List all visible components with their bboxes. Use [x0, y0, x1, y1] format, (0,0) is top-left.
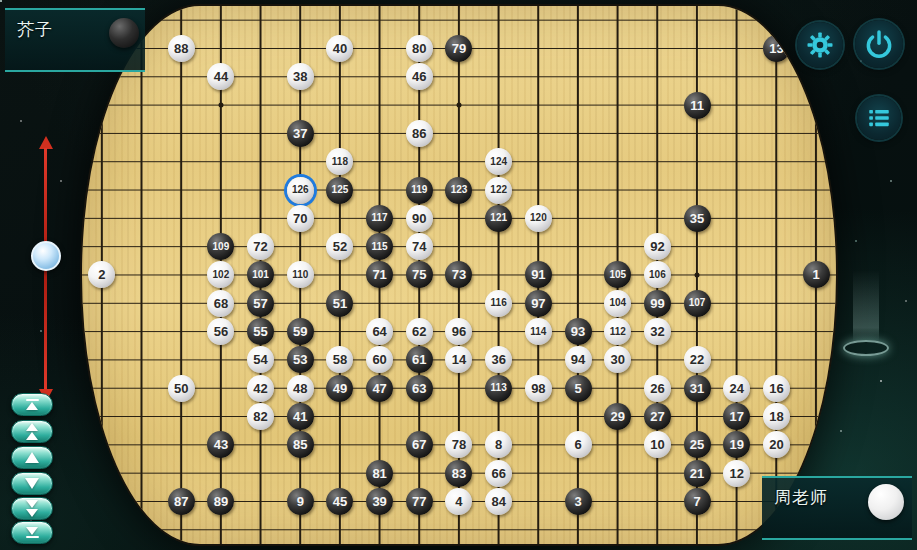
- stone-105: 105: [604, 261, 631, 288]
- stone-66: 66: [485, 460, 512, 487]
- stone-47: 47: [366, 375, 393, 402]
- stone-73: 73: [445, 261, 472, 288]
- stone-9: 9: [287, 488, 314, 515]
- double-down-arrow-icon: [26, 509, 38, 517]
- stone-81: 81: [366, 460, 393, 487]
- stone-27: 27: [644, 403, 671, 430]
- stone-24: 24: [723, 375, 750, 402]
- stone-50: 50: [168, 375, 195, 402]
- go-board[interactable]: 8840807913443846113786118124126125119123…: [80, 4, 838, 546]
- light-beam-decor: [853, 270, 879, 342]
- stone-13: 13: [763, 35, 790, 62]
- step-backward-button[interactable]: [11, 446, 53, 469]
- stone-17: 17: [723, 403, 750, 430]
- stone-2: 2: [88, 261, 115, 288]
- stone-10: 10: [644, 431, 671, 458]
- stone-5: 5: [565, 375, 592, 402]
- stone-117: 117: [366, 205, 393, 232]
- stone-84: 84: [485, 488, 512, 515]
- stone-92: 92: [644, 233, 671, 260]
- double-down-arrow-icon: [26, 500, 38, 508]
- stone-79: 79: [445, 35, 472, 62]
- stone-36: 36: [485, 346, 512, 373]
- stone-110: 110: [287, 261, 314, 288]
- stone-75: 75: [406, 261, 433, 288]
- down-arrow-icon: [26, 527, 38, 535]
- stone-51: 51: [326, 290, 353, 317]
- stone-14: 14: [445, 346, 472, 373]
- stone-80: 80: [406, 35, 433, 62]
- stone-8: 8: [485, 431, 512, 458]
- stone-46: 46: [406, 63, 433, 90]
- stone-60: 60: [366, 346, 393, 373]
- stone-6: 6: [565, 431, 592, 458]
- stone-52: 52: [326, 233, 353, 260]
- gear-icon: [805, 30, 835, 60]
- stone-63: 63: [406, 375, 433, 402]
- stone-120: 120: [525, 205, 552, 232]
- up-arrow-icon: [25, 452, 39, 463]
- glow-ring-decor: [843, 340, 889, 356]
- stone-18: 18: [763, 403, 790, 430]
- stone-49: 49: [326, 375, 353, 402]
- jump-to-end-button[interactable]: [11, 521, 53, 544]
- stone-94: 94: [565, 346, 592, 373]
- stone-93: 93: [565, 318, 592, 345]
- down-arrow-icon: [25, 478, 39, 489]
- stone-40: 40: [326, 35, 353, 62]
- double-up-arrow-icon: [26, 423, 38, 431]
- stone-30: 30: [604, 346, 631, 373]
- starfield-background: [0, 0, 2, 2]
- white-stone-indicator: [868, 484, 904, 520]
- stone-55: 55: [247, 318, 274, 345]
- stone-97: 97: [525, 290, 552, 317]
- stone-3: 3: [565, 488, 592, 515]
- stone-115: 115: [366, 233, 393, 260]
- stone-126: 126: [287, 177, 314, 204]
- stone-113: 113: [485, 375, 512, 402]
- stone-31: 31: [684, 375, 711, 402]
- stone-123: 123: [445, 177, 472, 204]
- stone-57: 57: [247, 290, 274, 317]
- stone-102: 102: [207, 261, 234, 288]
- move-list-button[interactable]: [857, 96, 901, 140]
- stone-58: 58: [326, 346, 353, 373]
- stone-56: 56: [207, 318, 234, 345]
- stone-12: 12: [723, 460, 750, 487]
- stone-7: 7: [684, 488, 711, 515]
- stone-53: 53: [287, 346, 314, 373]
- stone-89: 89: [207, 488, 234, 515]
- list-icon: [866, 105, 892, 131]
- white-player-name: 周老师: [774, 486, 828, 509]
- stone-39: 39: [366, 488, 393, 515]
- power-button[interactable]: [855, 20, 903, 68]
- stone-20: 20: [763, 431, 790, 458]
- power-icon: [863, 28, 895, 60]
- stone-71: 71: [366, 261, 393, 288]
- stone-68: 68: [207, 290, 234, 317]
- stone-107: 107: [684, 290, 711, 317]
- stone-29: 29: [604, 403, 631, 430]
- stone-54: 54: [247, 346, 274, 373]
- stone-85: 85: [287, 431, 314, 458]
- stone-118: 118: [326, 148, 353, 175]
- stone-106: 106: [644, 261, 671, 288]
- stone-78: 78: [445, 431, 472, 458]
- step-forward-button[interactable]: [11, 472, 53, 495]
- stone-26: 26: [644, 375, 671, 402]
- stone-116: 116: [485, 290, 512, 317]
- stone-11: 11: [684, 92, 711, 119]
- jump-to-start-button[interactable]: [11, 393, 53, 416]
- stone-42: 42: [247, 375, 274, 402]
- stone-38: 38: [287, 63, 314, 90]
- stone-44: 44: [207, 63, 234, 90]
- stone-35: 35: [684, 205, 711, 232]
- review-slider[interactable]: [30, 138, 62, 400]
- stone-119: 119: [406, 177, 433, 204]
- bar-icon: [26, 399, 39, 402]
- stone-72: 72: [247, 233, 274, 260]
- settings-button[interactable]: [797, 22, 843, 68]
- stone-88: 88: [168, 35, 195, 62]
- stone-121: 121: [485, 205, 512, 232]
- stone-82: 82: [247, 403, 274, 430]
- stone-16: 16: [763, 375, 790, 402]
- stone-99: 99: [644, 290, 671, 317]
- stone-87: 87: [168, 488, 195, 515]
- stone-22: 22: [684, 346, 711, 373]
- stone-61: 61: [406, 346, 433, 373]
- stone-48: 48: [287, 375, 314, 402]
- stone-4: 4: [445, 488, 472, 515]
- stone-59: 59: [287, 318, 314, 345]
- stone-70: 70: [287, 205, 314, 232]
- stone-67: 67: [406, 431, 433, 458]
- slider-handle[interactable]: [31, 241, 61, 271]
- black-stone-indicator: [109, 18, 139, 48]
- stone-37: 37: [287, 120, 314, 147]
- stone-114: 114: [525, 318, 552, 345]
- stone-112: 112: [604, 318, 631, 345]
- white-player-plate: 周老师: [762, 476, 912, 540]
- stone-91: 91: [525, 261, 552, 288]
- stone-32: 32: [644, 318, 671, 345]
- stone-62: 62: [406, 318, 433, 345]
- fast-forward-button[interactable]: [11, 497, 53, 520]
- bar-icon: [26, 536, 39, 539]
- stone-74: 74: [406, 233, 433, 260]
- stone-122: 122: [485, 177, 512, 204]
- stone-64: 64: [366, 318, 393, 345]
- board-grid[interactable]: 8840807913443846113786118124126125119123…: [82, 6, 836, 544]
- stone-43: 43: [207, 431, 234, 458]
- stone-96: 96: [445, 318, 472, 345]
- stone-101: 101: [247, 261, 274, 288]
- stone-77: 77: [406, 488, 433, 515]
- double-up-arrow-icon: [26, 432, 38, 440]
- stone-86: 86: [406, 120, 433, 147]
- stone-125: 125: [326, 177, 353, 204]
- stone-104: 104: [604, 290, 631, 317]
- fast-backward-button[interactable]: [11, 420, 53, 443]
- black-player-name: 芥子: [17, 18, 53, 41]
- stone-98: 98: [525, 375, 552, 402]
- stone-83: 83: [445, 460, 472, 487]
- stone-21: 21: [684, 460, 711, 487]
- stone-45: 45: [326, 488, 353, 515]
- stone-109: 109: [207, 233, 234, 260]
- stone-25: 25: [684, 431, 711, 458]
- stone-19: 19: [723, 431, 750, 458]
- black-player-plate: 芥子: [5, 8, 145, 72]
- up-arrow-icon: [26, 402, 38, 410]
- stone-124: 124: [485, 148, 512, 175]
- stone-1: 1: [803, 261, 830, 288]
- stone-90: 90: [406, 205, 433, 232]
- stone-41: 41: [287, 403, 314, 430]
